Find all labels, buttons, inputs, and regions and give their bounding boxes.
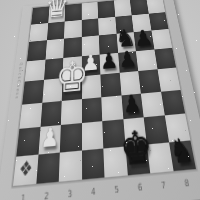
square-h4[interactable] xyxy=(157,68,180,92)
square-h3[interactable] xyxy=(161,89,185,115)
chessboard-photo: ♛♟♚♟♟♟♞♟♟♚♞ 12345678 QuickChess ❖ xyxy=(0,0,200,200)
square-a4[interactable] xyxy=(22,80,43,104)
file-label-5: 5 xyxy=(114,184,119,195)
square-b7[interactable] xyxy=(47,21,65,40)
file-label-4: 4 xyxy=(91,186,96,198)
square-d8[interactable] xyxy=(81,2,98,20)
white-pawn-d5[interactable]: ♟ xyxy=(82,51,100,74)
square-c7[interactable] xyxy=(64,20,81,39)
board-grid xyxy=(13,0,196,186)
square-a3[interactable] xyxy=(19,102,42,129)
black-knight-h1[interactable]: ♞ xyxy=(167,133,196,168)
square-c3[interactable] xyxy=(61,99,82,125)
square-b1[interactable] xyxy=(36,152,60,184)
square-h7[interactable] xyxy=(148,12,168,31)
file-label-7: 7 xyxy=(161,180,167,191)
square-d2[interactable] xyxy=(82,121,104,150)
square-a5[interactable] xyxy=(25,59,45,81)
file-label-3: 3 xyxy=(68,189,73,200)
square-c1[interactable] xyxy=(59,150,82,182)
square-e4[interactable] xyxy=(100,73,121,97)
black-king-f1[interactable]: ♚ xyxy=(119,125,155,174)
square-c2[interactable] xyxy=(60,123,82,152)
file-label-8: 8 xyxy=(184,178,190,189)
white-pawn-b2[interactable]: ♟ xyxy=(40,123,60,151)
square-d3[interactable] xyxy=(82,97,103,123)
square-a2[interactable] xyxy=(16,127,40,156)
square-a6[interactable] xyxy=(27,40,47,61)
corner-logo-icon: ❖ xyxy=(18,159,34,181)
board-cloth: ♛♟♚♟♟♟♞♟♟♚♞ 12345678 QuickChess ❖ xyxy=(0,0,200,200)
square-f8[interactable] xyxy=(114,0,132,17)
square-a7[interactable] xyxy=(29,23,48,42)
square-e3[interactable] xyxy=(101,95,123,121)
square-d7[interactable] xyxy=(81,18,98,37)
dust-speckles-dark xyxy=(0,0,1,1)
black-pawn-e5[interactable]: ♟ xyxy=(100,50,119,73)
file-label-6: 6 xyxy=(137,182,143,193)
black-pawn-f3[interactable]: ♟ xyxy=(122,92,142,117)
white-queen-b8[interactable]: ♛ xyxy=(44,0,70,22)
square-h6[interactable] xyxy=(151,29,172,49)
square-h5[interactable] xyxy=(154,47,176,69)
black-pawn-g6[interactable]: ♟ xyxy=(133,26,154,49)
square-d1[interactable] xyxy=(82,148,105,180)
file-label-2: 2 xyxy=(44,191,49,200)
square-e8[interactable] xyxy=(97,1,114,19)
file-label-1: 1 xyxy=(20,193,25,200)
